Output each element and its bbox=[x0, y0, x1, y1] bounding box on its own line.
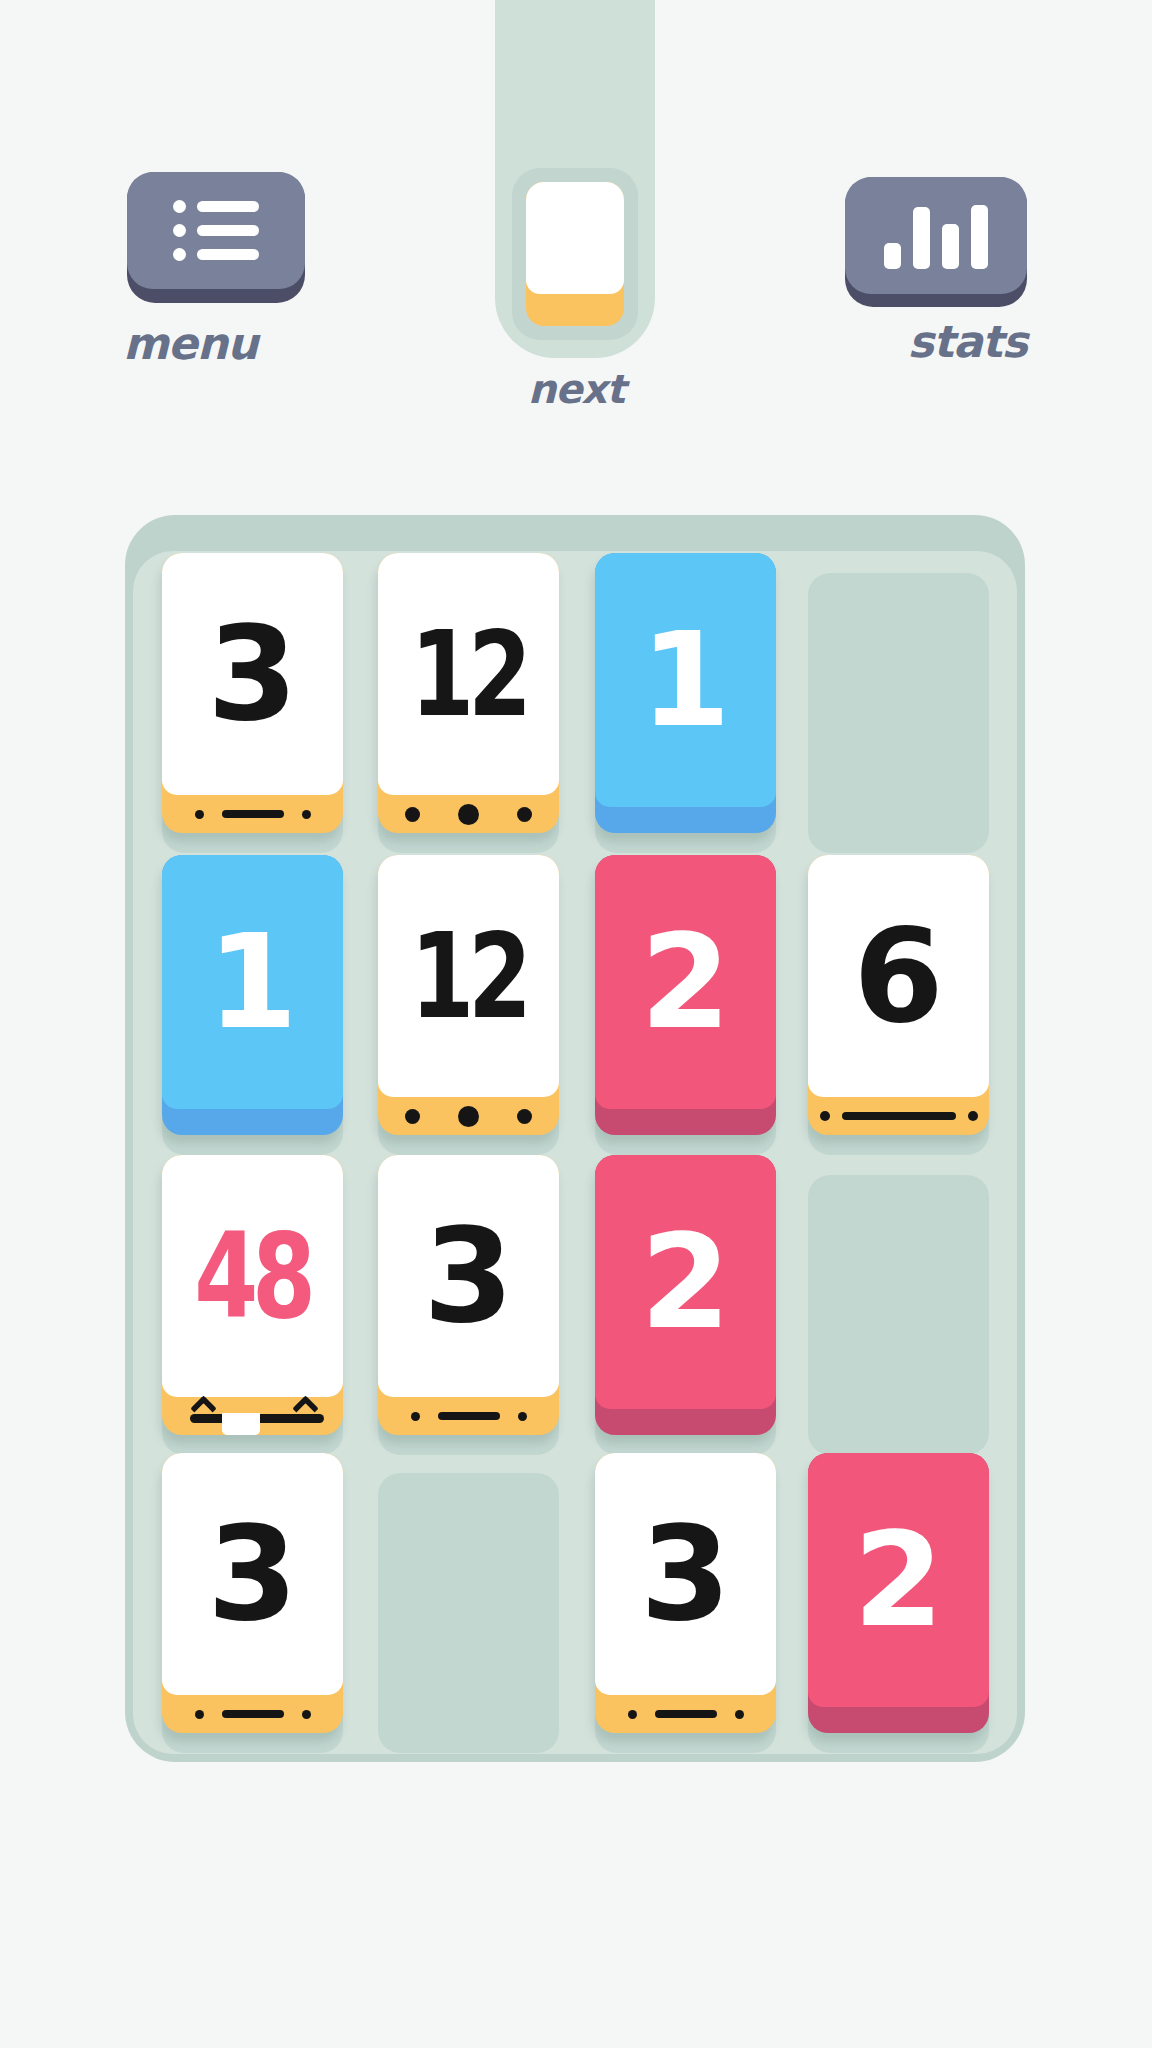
board-slot-r3c4 bbox=[808, 1175, 989, 1455]
card-3-r4c1[interactable]: 3 bbox=[162, 1453, 343, 1733]
card-face: 2 bbox=[808, 1453, 989, 1707]
next-label: next bbox=[0, 366, 1152, 412]
card-3-r1c1[interactable]: 3 bbox=[162, 553, 343, 833]
card-strip-face bbox=[595, 1695, 776, 1733]
card-3-r3c2[interactable]: 3 bbox=[378, 1155, 559, 1435]
card-value: 2 bbox=[640, 1217, 730, 1347]
card-face: 6 bbox=[808, 855, 989, 1097]
card-face: 1 bbox=[595, 553, 776, 807]
card-value: 3 bbox=[640, 1509, 730, 1639]
card-value: 48 bbox=[195, 1217, 311, 1335]
card-strip-face bbox=[162, 1695, 343, 1733]
card-value: 3 bbox=[207, 1509, 297, 1639]
card-48-r3c1[interactable]: 48 bbox=[162, 1155, 343, 1435]
card-3-r4c3[interactable]: 3 bbox=[595, 1453, 776, 1733]
card-strip-face bbox=[162, 795, 343, 833]
card-face: 3 bbox=[162, 553, 343, 795]
card-value: 2 bbox=[853, 1515, 943, 1645]
card-value: 1 bbox=[207, 917, 297, 1047]
card-1-r1c3[interactable]: 1 bbox=[595, 553, 776, 833]
bar-chart-icon bbox=[884, 203, 988, 269]
card-strip-face bbox=[378, 1397, 559, 1435]
card-2-r3c3[interactable]: 2 bbox=[595, 1155, 776, 1435]
card-2-r2c3[interactable]: 2 bbox=[595, 855, 776, 1135]
card-value: 1 bbox=[640, 615, 730, 745]
card-value: 6 bbox=[853, 911, 943, 1041]
card-strip-face bbox=[808, 1097, 989, 1135]
card-face: 1 bbox=[162, 855, 343, 1109]
menu-list-icon bbox=[173, 200, 259, 261]
game-board[interactable]: 3121112264832332 bbox=[125, 515, 1025, 1762]
menu-button[interactable] bbox=[127, 172, 305, 303]
card-12-r1c2[interactable]: 12 bbox=[378, 553, 559, 833]
card-strip-face bbox=[378, 1097, 559, 1135]
card-1-r2c1[interactable]: 1 bbox=[162, 855, 343, 1135]
card-face: 12 bbox=[378, 553, 559, 795]
board-slot-r4c2 bbox=[378, 1473, 559, 1753]
card-strip-face bbox=[378, 795, 559, 833]
card-face: 3 bbox=[378, 1155, 559, 1397]
board-slot-r1c4 bbox=[808, 573, 989, 853]
card-face: 3 bbox=[595, 1453, 776, 1695]
card-6-r2c4[interactable]: 6 bbox=[808, 855, 989, 1135]
next-card-face bbox=[526, 182, 624, 294]
menu-button-face bbox=[127, 172, 305, 289]
card-face: 2 bbox=[595, 1155, 776, 1409]
stats-button-face bbox=[845, 177, 1027, 294]
card-value: 2 bbox=[640, 917, 730, 1047]
tooth bbox=[222, 1413, 260, 1435]
card-2-r4c4[interactable]: 2 bbox=[808, 1453, 989, 1733]
card-strip-face bbox=[162, 1397, 343, 1435]
threes-game-screen: menu stats next 3121112264832332 bbox=[0, 0, 1152, 2048]
card-12-r2c2[interactable]: 12 bbox=[378, 855, 559, 1135]
menu-label: menu bbox=[123, 318, 323, 369]
card-face: 48 bbox=[162, 1155, 343, 1397]
stats-button[interactable] bbox=[845, 177, 1027, 307]
card-face: 12 bbox=[378, 855, 559, 1097]
card-value: 3 bbox=[423, 1211, 513, 1341]
card-face: 2 bbox=[595, 855, 776, 1109]
card-value: 12 bbox=[411, 917, 527, 1035]
next-card-column bbox=[495, 0, 655, 358]
card-value: 3 bbox=[207, 609, 297, 739]
next-card-recess bbox=[512, 168, 638, 340]
stats-label: stats bbox=[827, 316, 1027, 367]
next-card-preview bbox=[526, 182, 624, 326]
card-value: 12 bbox=[411, 615, 527, 733]
card-face: 3 bbox=[162, 1453, 343, 1695]
